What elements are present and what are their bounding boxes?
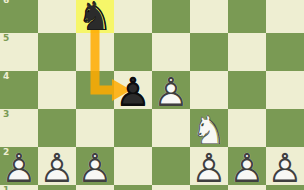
square-b6[interactable] <box>38 0 76 33</box>
square-a6[interactable]: 6 <box>0 0 38 33</box>
black-pawn-glyph-outline: ♙ <box>114 71 152 109</box>
white-pawn-glyph-outline: ♙ <box>0 147 38 185</box>
black-knight-glyph-outline: ♘ <box>76 0 114 33</box>
square-d4[interactable]: ♟♙ <box>114 71 152 109</box>
square-f4[interactable] <box>190 71 228 109</box>
square-h4[interactable] <box>266 71 304 109</box>
square-e2[interactable] <box>152 147 190 185</box>
rank-label-5: 5 <box>3 34 9 43</box>
square-g2[interactable]: ♟♙ <box>228 147 266 185</box>
square-d1[interactable] <box>114 185 152 190</box>
white-pawn[interactable]: ♟♙ <box>76 147 114 185</box>
white-pawn[interactable]: ♟♙ <box>190 147 228 185</box>
square-b3[interactable] <box>38 109 76 147</box>
white-pawn-glyph-outline: ♙ <box>266 147 304 185</box>
square-c6[interactable]: ♞♘ <box>76 0 114 33</box>
square-d6[interactable] <box>114 0 152 33</box>
square-g3[interactable] <box>228 109 266 147</box>
rank-label-6: 6 <box>3 0 9 5</box>
square-a3[interactable]: 3 <box>0 109 38 147</box>
square-b5[interactable] <box>38 33 76 71</box>
black-knight[interactable]: ♞♘ <box>76 0 114 33</box>
white-pawn-glyph-outline: ♙ <box>76 147 114 185</box>
square-e4[interactable]: ♟♙ <box>152 71 190 109</box>
square-a4[interactable]: 4 <box>0 71 38 109</box>
square-b2[interactable]: ♟♙ <box>38 147 76 185</box>
square-e3[interactable] <box>152 109 190 147</box>
white-pawn-glyph-outline: ♙ <box>190 147 228 185</box>
square-f2[interactable]: ♟♙ <box>190 147 228 185</box>
square-d2[interactable] <box>114 147 152 185</box>
square-c2[interactable]: ♟♙ <box>76 147 114 185</box>
white-pawn[interactable]: ♟♙ <box>38 147 76 185</box>
square-d5[interactable] <box>114 33 152 71</box>
square-e1[interactable] <box>152 185 190 190</box>
square-h3[interactable] <box>266 109 304 147</box>
white-pawn-glyph-outline: ♙ <box>152 71 190 109</box>
square-e5[interactable] <box>152 33 190 71</box>
square-h5[interactable] <box>266 33 304 71</box>
chess-board: 6♞♘54♟♙♟♙3♞♘2♟♙♟♙♟♙♟♙♟♙♟♙1 <box>0 0 304 190</box>
white-pawn[interactable]: ♟♙ <box>152 71 190 109</box>
white-pawn[interactable]: ♟♙ <box>228 147 266 185</box>
black-pawn[interactable]: ♟♙ <box>114 71 152 109</box>
white-pawn-glyph-outline: ♙ <box>38 147 76 185</box>
square-g6[interactable] <box>228 0 266 33</box>
square-h6[interactable] <box>266 0 304 33</box>
square-e6[interactable] <box>152 0 190 33</box>
chess-board-viewport: 6♞♘54♟♙♟♙3♞♘2♟♙♟♙♟♙♟♙♟♙♟♙1 <box>0 0 304 190</box>
square-a2[interactable]: 2♟♙ <box>0 147 38 185</box>
square-c4[interactable] <box>76 71 114 109</box>
square-a5[interactable]: 5 <box>0 33 38 71</box>
white-pawn-glyph-outline: ♙ <box>228 147 266 185</box>
square-g4[interactable] <box>228 71 266 109</box>
square-c3[interactable] <box>76 109 114 147</box>
rank-label-3: 3 <box>3 110 9 119</box>
square-f3[interactable]: ♞♘ <box>190 109 228 147</box>
square-c5[interactable] <box>76 33 114 71</box>
rank-label-4: 4 <box>3 72 9 81</box>
white-knight-glyph-outline: ♘ <box>190 109 228 147</box>
square-d3[interactable] <box>114 109 152 147</box>
white-knight[interactable]: ♞♘ <box>190 109 228 147</box>
square-f6[interactable] <box>190 0 228 33</box>
square-f5[interactable] <box>190 33 228 71</box>
square-b4[interactable] <box>38 71 76 109</box>
white-pawn[interactable]: ♟♙ <box>0 147 38 185</box>
square-h2[interactable]: ♟♙ <box>266 147 304 185</box>
white-pawn[interactable]: ♟♙ <box>266 147 304 185</box>
square-g5[interactable] <box>228 33 266 71</box>
